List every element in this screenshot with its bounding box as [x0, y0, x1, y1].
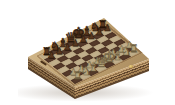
chess-set-photo: ♜♞♝♛♚♝♞♜♟♟♟♟♟♟♟♟♟♟♟♟♟♟♟♟♜♞♝♛♚♝♞♜: [0, 0, 175, 105]
brass-latch-icon: [129, 65, 133, 68]
rook-icon: ♜: [73, 71, 82, 82]
